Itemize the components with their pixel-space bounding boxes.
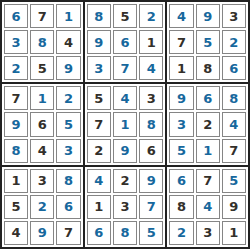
box-5: 543718296 bbox=[85, 84, 166, 164]
cell-r7c4[interactable]: 4 bbox=[87, 169, 111, 193]
cell-r5c2[interactable]: 6 bbox=[30, 112, 54, 136]
cell-r7c3[interactable]: 8 bbox=[56, 169, 80, 193]
cell-r5c1[interactable]: 9 bbox=[4, 112, 28, 136]
cell-r6c2[interactable]: 4 bbox=[30, 139, 54, 163]
box-7: 138526497 bbox=[2, 167, 83, 247]
box-6: 968324517 bbox=[167, 84, 248, 164]
cell-r9c6[interactable]: 5 bbox=[139, 221, 163, 245]
cell-r7c8[interactable]: 7 bbox=[196, 169, 220, 193]
cell-r3c4[interactable]: 3 bbox=[87, 56, 111, 80]
cell-r2c6[interactable]: 1 bbox=[139, 30, 163, 54]
cell-r1c7[interactable]: 4 bbox=[169, 4, 193, 28]
cell-r4c1[interactable]: 7 bbox=[4, 86, 28, 110]
box-3: 493752186 bbox=[167, 2, 248, 82]
cell-r1c8[interactable]: 9 bbox=[196, 4, 220, 28]
cell-r5c8[interactable]: 2 bbox=[196, 112, 220, 136]
cell-r5c6[interactable]: 8 bbox=[139, 112, 163, 136]
cell-r6c8[interactable]: 1 bbox=[196, 139, 220, 163]
cell-r9c1[interactable]: 4 bbox=[4, 221, 28, 245]
cell-r5c9[interactable]: 4 bbox=[222, 112, 246, 136]
box-2: 852961374 bbox=[85, 2, 166, 82]
cell-r9c4[interactable]: 6 bbox=[87, 221, 111, 245]
cell-r3c3[interactable]: 9 bbox=[56, 56, 80, 80]
cell-r4c4[interactable]: 5 bbox=[87, 86, 111, 110]
cell-r6c9[interactable]: 7 bbox=[222, 139, 246, 163]
cell-r5c3[interactable]: 5 bbox=[56, 112, 80, 136]
cell-r7c2[interactable]: 3 bbox=[30, 169, 54, 193]
cell-r1c3[interactable]: 1 bbox=[56, 4, 80, 28]
cell-r3c8[interactable]: 8 bbox=[196, 56, 220, 80]
cell-r4c7[interactable]: 9 bbox=[169, 86, 193, 110]
cell-r2c8[interactable]: 5 bbox=[196, 30, 220, 54]
cell-r7c6[interactable]: 9 bbox=[139, 169, 163, 193]
cell-r3c6[interactable]: 4 bbox=[139, 56, 163, 80]
cell-r8c1[interactable]: 5 bbox=[4, 195, 28, 219]
cell-r6c5[interactable]: 9 bbox=[113, 139, 137, 163]
cell-r5c5[interactable]: 1 bbox=[113, 112, 137, 136]
cell-r2c2[interactable]: 8 bbox=[30, 30, 54, 54]
cell-r3c2[interactable]: 5 bbox=[30, 56, 54, 80]
cell-r8c5[interactable]: 3 bbox=[113, 195, 137, 219]
cell-r4c2[interactable]: 1 bbox=[30, 86, 54, 110]
cell-r3c9[interactable]: 6 bbox=[222, 56, 246, 80]
cell-r6c4[interactable]: 2 bbox=[87, 139, 111, 163]
box-4: 712965843 bbox=[2, 84, 83, 164]
cell-r2c3[interactable]: 4 bbox=[56, 30, 80, 54]
cell-r3c1[interactable]: 2 bbox=[4, 56, 28, 80]
cell-r2c9[interactable]: 2 bbox=[222, 30, 246, 54]
cell-r3c5[interactable]: 7 bbox=[113, 56, 137, 80]
cell-r2c7[interactable]: 7 bbox=[169, 30, 193, 54]
cell-r9c5[interactable]: 8 bbox=[113, 221, 137, 245]
cell-r8c7[interactable]: 8 bbox=[169, 195, 193, 219]
cell-r4c9[interactable]: 8 bbox=[222, 86, 246, 110]
cell-r9c7[interactable]: 2 bbox=[169, 221, 193, 245]
cell-r7c9[interactable]: 5 bbox=[222, 169, 246, 193]
cell-r7c5[interactable]: 2 bbox=[113, 169, 137, 193]
sudoku-board: 6713842598529613744937521867129658435437… bbox=[0, 0, 250, 249]
cell-r5c7[interactable]: 3 bbox=[169, 112, 193, 136]
cell-r1c4[interactable]: 8 bbox=[87, 4, 111, 28]
cell-r6c1[interactable]: 8 bbox=[4, 139, 28, 163]
cell-r9c3[interactable]: 7 bbox=[56, 221, 80, 245]
cell-r8c9[interactable]: 9 bbox=[222, 195, 246, 219]
cell-r6c3[interactable]: 3 bbox=[56, 139, 80, 163]
cell-r4c3[interactable]: 2 bbox=[56, 86, 80, 110]
cell-r8c2[interactable]: 2 bbox=[30, 195, 54, 219]
cell-r4c6[interactable]: 3 bbox=[139, 86, 163, 110]
cell-r8c8[interactable]: 4 bbox=[196, 195, 220, 219]
cell-r8c4[interactable]: 1 bbox=[87, 195, 111, 219]
cell-r9c2[interactable]: 9 bbox=[30, 221, 54, 245]
cell-r2c4[interactable]: 9 bbox=[87, 30, 111, 54]
cell-r7c1[interactable]: 1 bbox=[4, 169, 28, 193]
cell-r9c9[interactable]: 1 bbox=[222, 221, 246, 245]
box-8: 429137685 bbox=[85, 167, 166, 247]
cell-r1c2[interactable]: 7 bbox=[30, 4, 54, 28]
cell-r7c7[interactable]: 6 bbox=[169, 169, 193, 193]
cell-r4c8[interactable]: 6 bbox=[196, 86, 220, 110]
cell-r8c6[interactable]: 7 bbox=[139, 195, 163, 219]
cell-r2c1[interactable]: 3 bbox=[4, 30, 28, 54]
box-1: 671384259 bbox=[2, 2, 83, 82]
cell-r6c7[interactable]: 5 bbox=[169, 139, 193, 163]
cell-r1c6[interactable]: 2 bbox=[139, 4, 163, 28]
cell-r5c4[interactable]: 7 bbox=[87, 112, 111, 136]
cell-r1c1[interactable]: 6 bbox=[4, 4, 28, 28]
cell-r1c5[interactable]: 5 bbox=[113, 4, 137, 28]
cell-r6c6[interactable]: 6 bbox=[139, 139, 163, 163]
cell-r2c5[interactable]: 6 bbox=[113, 30, 137, 54]
cell-r1c9[interactable]: 3 bbox=[222, 4, 246, 28]
cell-r9c8[interactable]: 3 bbox=[196, 221, 220, 245]
cell-r8c3[interactable]: 6 bbox=[56, 195, 80, 219]
cell-r3c7[interactable]: 1 bbox=[169, 56, 193, 80]
cell-r4c5[interactable]: 4 bbox=[113, 86, 137, 110]
box-9: 675849231 bbox=[167, 167, 248, 247]
